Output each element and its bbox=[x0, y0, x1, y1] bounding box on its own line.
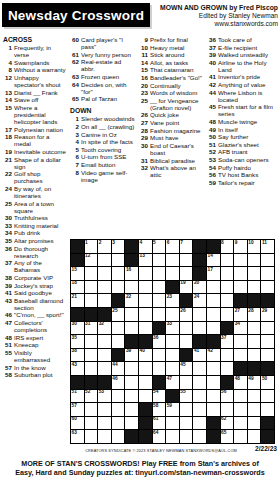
grid-cell: 51 bbox=[71, 390, 84, 403]
cell-number: 60 bbox=[72, 416, 77, 422]
clue-number: 42 bbox=[207, 81, 218, 88]
grid-cell bbox=[261, 335, 274, 348]
grid-cell bbox=[125, 281, 138, 294]
clue-number: 21 bbox=[3, 156, 14, 170]
cell-number: 45 bbox=[180, 362, 185, 368]
clue-text: What's above an attic bbox=[150, 164, 205, 178]
clue-number: 25 bbox=[3, 200, 14, 214]
clue: 11Stick around bbox=[139, 51, 205, 58]
clue-number: 51 bbox=[3, 341, 14, 348]
clue-number: 64 bbox=[70, 81, 81, 95]
clue-number: 47 bbox=[3, 319, 14, 333]
grid-cell bbox=[193, 417, 206, 430]
clue: 52AFB truant bbox=[207, 148, 278, 155]
clue: 14Allot, as tasks bbox=[139, 59, 205, 66]
cell-number: 52 bbox=[85, 389, 90, 395]
clue-text: AFB truant bbox=[218, 148, 278, 155]
clue-text: Inevitable outcome bbox=[14, 148, 67, 155]
grid-cell bbox=[207, 403, 220, 416]
cell-number: 6 bbox=[167, 240, 170, 246]
clue: 62Real-estate ad abbr. bbox=[70, 58, 136, 72]
clue: 56TV host Banks bbox=[207, 171, 278, 178]
grid-cell bbox=[153, 308, 166, 321]
grid-cell: 38 bbox=[71, 349, 84, 362]
cell-number: 40 bbox=[140, 348, 145, 354]
grid-cell bbox=[166, 267, 179, 280]
clue: 17Polynesian nation bbox=[3, 126, 67, 133]
clue-text: On all __ (crawling) bbox=[81, 123, 136, 130]
clue-text: Corporate VIP bbox=[14, 274, 67, 281]
grid-cell bbox=[193, 430, 206, 443]
grid-cell: 3 bbox=[112, 240, 125, 253]
clue-number: 5 bbox=[70, 146, 81, 153]
cell-number: 48 bbox=[235, 376, 240, 382]
grid-cell: 56 bbox=[221, 390, 234, 403]
grid-cell bbox=[261, 403, 274, 416]
grid-cell bbox=[85, 417, 98, 430]
grid-cell-black bbox=[125, 240, 138, 253]
clue: 2On all __ (crawling) bbox=[70, 123, 136, 130]
clue-text: Collectors' completions bbox=[14, 319, 67, 333]
clue-number: 8 bbox=[3, 66, 14, 73]
clue-text: Real-estate ad abbr. bbox=[81, 58, 136, 72]
grid-cell bbox=[193, 308, 206, 321]
grid-cell bbox=[166, 349, 179, 362]
clue: 51Glazier's sheet bbox=[207, 141, 278, 148]
cell-number: 12 bbox=[85, 253, 90, 259]
clue: 64Decides on, with "for" bbox=[70, 81, 136, 95]
grid-cell: 58 bbox=[153, 403, 166, 416]
grid-cell bbox=[207, 281, 220, 294]
promo-line-1: MORE OF STAN'S CROSSWORDS! Play FREE fro… bbox=[0, 459, 280, 468]
grid-cell bbox=[248, 430, 261, 443]
grid-cell bbox=[207, 308, 220, 321]
grid-cell-black bbox=[193, 335, 206, 348]
clue-number: 39 bbox=[207, 51, 218, 58]
clue-text: In spite of the facts bbox=[81, 138, 136, 145]
puzzle-website: www.stanxwords.com bbox=[160, 20, 278, 28]
clue-number: 59 bbox=[207, 179, 218, 186]
puzzle-date: 2/22/23 bbox=[255, 445, 277, 452]
grid-cell bbox=[193, 362, 206, 375]
clue-number: 62 bbox=[70, 58, 81, 72]
grid-cell bbox=[248, 403, 261, 416]
grid-cell bbox=[234, 430, 247, 443]
grid-cell-black bbox=[207, 240, 220, 253]
clue-number: 1 bbox=[3, 44, 14, 58]
grid-cell: 33 bbox=[166, 322, 179, 335]
clue-text: Pal of Tarzan bbox=[81, 95, 136, 102]
cell-number: 55 bbox=[180, 389, 185, 395]
clue-text: Decides on, with "for" bbox=[81, 81, 136, 95]
clue-number: 41 bbox=[207, 73, 218, 80]
grid-cell: 60 bbox=[71, 417, 84, 430]
clue-text: Fresh start for a film series bbox=[218, 103, 278, 117]
grid-cell bbox=[112, 267, 125, 280]
clue: 49In itself bbox=[207, 126, 278, 133]
grid-cell bbox=[98, 335, 111, 348]
clue-number: 36 bbox=[207, 36, 218, 43]
clue-text: Altar promises bbox=[14, 237, 67, 244]
grid-cell bbox=[261, 390, 274, 403]
grid-cell-black bbox=[112, 294, 125, 307]
grid-cell bbox=[221, 267, 234, 280]
clue-text: Diarist __ Frank bbox=[14, 89, 67, 96]
clue-number: 25 bbox=[139, 97, 150, 111]
grid-cell bbox=[85, 349, 98, 362]
grid-cell bbox=[153, 281, 166, 294]
grid-cell bbox=[125, 322, 138, 335]
clue-text: Vane point bbox=[150, 119, 205, 126]
clue-number: 60 bbox=[70, 36, 81, 50]
grid-cell: 50 bbox=[261, 376, 274, 389]
grid-cell-black bbox=[234, 294, 247, 307]
cell-number: 28 bbox=[248, 308, 253, 314]
clue: 65Pal of Tarzan bbox=[70, 95, 136, 102]
clue-number: 38 bbox=[3, 274, 14, 281]
clue-text: Allot, as tasks bbox=[150, 59, 205, 66]
clue-number: 65 bbox=[70, 95, 81, 102]
clue-text: Prefix for final bbox=[150, 36, 205, 43]
clue-number: 51 bbox=[207, 141, 218, 148]
clue-number: 20 bbox=[139, 82, 150, 89]
clue-number: 52 bbox=[207, 148, 218, 155]
clue-number: 32 bbox=[139, 164, 150, 178]
grid-cell: 2 bbox=[98, 240, 111, 253]
grid-cell bbox=[193, 390, 206, 403]
grid-cell: 7 bbox=[180, 240, 193, 253]
clue-text: Truthfulness bbox=[14, 214, 67, 221]
clue-text: IRS expert bbox=[14, 334, 67, 341]
cell-number: 35 bbox=[72, 335, 77, 341]
across-heading: ACROSS bbox=[3, 36, 67, 43]
clue-text: Words of wisdom bbox=[150, 89, 205, 96]
cell-number: 1 bbox=[85, 240, 88, 246]
clue-text: Jockey's strap bbox=[14, 282, 67, 289]
grid-cell: 57 bbox=[71, 403, 84, 416]
cell-number: 33 bbox=[167, 321, 172, 327]
clue-number: 12 bbox=[3, 74, 14, 88]
clue: 57In the know bbox=[3, 364, 67, 371]
clue-text: Any of the Bahamas bbox=[14, 259, 67, 273]
grid-cell bbox=[112, 430, 125, 443]
cell-number: 4 bbox=[140, 240, 143, 246]
grid-cell: 55 bbox=[180, 390, 193, 403]
clue-number: 23 bbox=[139, 89, 150, 96]
clue-number: 43 bbox=[3, 297, 14, 311]
clue-number: 15 bbox=[139, 66, 150, 73]
puzzle-credits: MOWN AND GROWN by Fred Piscop Edited by … bbox=[160, 4, 278, 28]
clue-text: Say further bbox=[218, 133, 278, 140]
grid-cell: 18 bbox=[71, 281, 84, 294]
clue-number: 48 bbox=[3, 334, 14, 341]
clue: 9Prefix for final bbox=[139, 36, 205, 43]
clue: 28Fashion magazine bbox=[139, 127, 205, 134]
grid-cell: 30 bbox=[71, 322, 84, 335]
clue: 51Kneecap bbox=[3, 341, 67, 348]
clue-text: Biblical paradise bbox=[150, 157, 205, 164]
grid-cell-black bbox=[193, 267, 206, 280]
cell-number: 64 bbox=[153, 430, 158, 436]
clue-number: 35 bbox=[3, 237, 14, 244]
clue-text: Fashion magazine bbox=[150, 127, 205, 134]
grid-cell: 64 bbox=[153, 430, 166, 443]
grid-cell: 15 bbox=[71, 267, 84, 280]
grid-cell bbox=[166, 417, 179, 430]
clue: 23Words of wisdom bbox=[139, 89, 205, 96]
grid-cell bbox=[125, 376, 138, 389]
cell-number: 11 bbox=[262, 240, 267, 246]
clue-text: Took care of bbox=[218, 36, 278, 43]
grid-cell bbox=[139, 376, 152, 389]
clue-text: Unhappy spectator's shout bbox=[14, 74, 67, 88]
grid-cell bbox=[153, 362, 166, 375]
clue-number: 44 bbox=[207, 89, 218, 103]
grid-cell-black bbox=[112, 349, 125, 362]
clue-number: 30 bbox=[139, 142, 150, 156]
grid-cell-black bbox=[139, 417, 152, 430]
grid-cell bbox=[139, 308, 152, 321]
clue: 25__ for Vengeance (Grafton novel) bbox=[139, 97, 205, 111]
grid-cell: 6 bbox=[166, 240, 179, 253]
grid-cell-black bbox=[234, 362, 247, 375]
clue-number: 63 bbox=[70, 73, 81, 80]
puzzle-title-byline: MOWN AND GROWN by Fred Piscop bbox=[160, 4, 278, 12]
clue-text: Airline to the Holy Land bbox=[218, 59, 278, 73]
clue: 32What's above an attic bbox=[139, 164, 205, 178]
grid-cell: 53 bbox=[98, 390, 111, 403]
grid-cell bbox=[221, 281, 234, 294]
cell-number: 31 bbox=[85, 321, 90, 327]
grid-cell bbox=[261, 281, 274, 294]
grid-cell bbox=[85, 403, 98, 416]
grid-cell bbox=[98, 281, 111, 294]
grid-cell-black bbox=[139, 335, 152, 348]
grid-cell: 37 bbox=[221, 335, 234, 348]
grid-cell bbox=[180, 376, 193, 389]
cell-number: 63 bbox=[72, 430, 77, 436]
grid-cell: 20 bbox=[193, 281, 206, 294]
grid-cell bbox=[139, 322, 152, 335]
clue-number: 39 bbox=[3, 282, 14, 289]
grid-cell bbox=[153, 254, 166, 267]
clue-number: 16 bbox=[139, 74, 150, 81]
grid-cell-black bbox=[71, 308, 84, 321]
grid-cell-black bbox=[180, 294, 193, 307]
clue-number: 37 bbox=[3, 259, 14, 273]
clue: 43Baseball diamond section bbox=[3, 297, 67, 311]
cell-number: 3 bbox=[112, 240, 115, 246]
clue-text: Very funny person bbox=[81, 51, 136, 58]
grid-cell: 47 bbox=[166, 376, 179, 389]
cell-number: 7 bbox=[180, 240, 183, 246]
clue: 53Soda-can openers bbox=[207, 156, 278, 163]
grid-cell: 62 bbox=[221, 417, 234, 430]
grid-cell bbox=[234, 254, 247, 267]
cell-number: 49 bbox=[248, 376, 253, 382]
clue-number: 41 bbox=[3, 289, 14, 296]
grid-cell bbox=[234, 267, 247, 280]
grid-cell: 11 bbox=[261, 240, 274, 253]
clue-number: 56 bbox=[207, 171, 218, 178]
grid-cell bbox=[112, 335, 125, 348]
clue-text: Glazier's sheet bbox=[218, 141, 278, 148]
clue-number: 7 bbox=[70, 161, 81, 168]
clue: 8Video game self-image bbox=[70, 169, 136, 183]
grid-cell bbox=[85, 430, 98, 443]
clue-number: 30 bbox=[3, 214, 14, 221]
clue-number: 10 bbox=[139, 44, 150, 51]
grid-cell bbox=[153, 349, 166, 362]
grid-cell: 41 bbox=[193, 349, 206, 362]
grid-cell bbox=[261, 267, 274, 280]
clue: 30End of Caesar's boast bbox=[139, 142, 205, 156]
grid-cell bbox=[180, 322, 193, 335]
clue: 39Jockey's strap bbox=[3, 282, 67, 289]
grid-cell: 9 bbox=[234, 240, 247, 253]
masthead: Newsday Crossword bbox=[2, 3, 150, 27]
cell-number: 10 bbox=[248, 240, 253, 246]
clue-number: 54 bbox=[207, 164, 218, 171]
clue-text: Puffy hairdo bbox=[218, 164, 278, 171]
grid-cell-black bbox=[125, 254, 138, 267]
clue-number: 61 bbox=[70, 51, 81, 58]
clue-text: Walked unsteadily bbox=[218, 51, 278, 58]
clue: 8Without a warranty bbox=[3, 66, 67, 73]
clue-text: Reason for a medal bbox=[14, 133, 67, 147]
clue-text: Card player's "I pass" bbox=[81, 36, 136, 50]
grid-cell bbox=[85, 362, 98, 375]
clue-number: 26 bbox=[139, 111, 150, 118]
cell-number: 29 bbox=[262, 308, 267, 314]
grid-cell bbox=[85, 267, 98, 280]
grid-cell: 23 bbox=[166, 294, 179, 307]
grid-cell bbox=[248, 390, 261, 403]
cell-number: 56 bbox=[221, 389, 226, 395]
clue-number: 45 bbox=[207, 103, 218, 117]
clue: 58Suburban plot bbox=[3, 371, 67, 378]
grid-cell bbox=[153, 294, 166, 307]
cell-number: 19 bbox=[180, 280, 185, 286]
grid-cell-black bbox=[153, 376, 166, 389]
cell-number: 20 bbox=[194, 280, 199, 286]
down-clues-1: 1Slender woodwinds2On all __ (crawling)3… bbox=[70, 115, 136, 182]
grid-cell: 13 bbox=[139, 254, 152, 267]
grid-cell: 42 bbox=[207, 349, 220, 362]
clue: 1Slender woodwinds bbox=[70, 115, 136, 122]
cell-number: 57 bbox=[72, 403, 77, 409]
clue: 48IRS expert bbox=[3, 334, 67, 341]
grid-cell: 32 bbox=[98, 322, 111, 335]
clue-number: 18 bbox=[3, 133, 14, 147]
clue-text: Soda-can openers bbox=[218, 156, 278, 163]
masthead-title: Newsday Crossword bbox=[8, 8, 144, 23]
grid-cell-black bbox=[207, 335, 220, 348]
clue: 14Stave off bbox=[3, 96, 67, 103]
clue-number: 36 bbox=[3, 245, 14, 259]
grid-cell bbox=[98, 417, 111, 430]
clue: 20Continually bbox=[139, 82, 205, 89]
grid-cell-black bbox=[139, 403, 152, 416]
grid-cell bbox=[234, 417, 247, 430]
grid-cell bbox=[261, 254, 274, 267]
grid-cell bbox=[234, 403, 247, 416]
clue: 47Collectors' completions bbox=[3, 319, 67, 333]
grid-cell bbox=[207, 322, 220, 335]
clue-number: 13 bbox=[3, 89, 14, 96]
grid-cell-black bbox=[193, 240, 206, 253]
cell-number: 15 bbox=[72, 267, 77, 273]
clue-text: Stave off bbox=[14, 96, 67, 103]
clue: 15That catamaran bbox=[139, 66, 205, 73]
clue: 19Inevitable outcome bbox=[3, 148, 67, 155]
grid-cell bbox=[139, 294, 152, 307]
clue-text: Tooth covering bbox=[81, 146, 136, 153]
clue-number: 14 bbox=[3, 96, 14, 103]
clue-text: End of Caesar's boast bbox=[150, 142, 205, 156]
clue: 54Puffy hairdo bbox=[207, 164, 278, 171]
grid-cell bbox=[139, 390, 152, 403]
grid-cell bbox=[98, 362, 111, 375]
grid-cell bbox=[139, 267, 152, 280]
grid-cell bbox=[139, 281, 152, 294]
clue: 12Unhappy spectator's shout bbox=[3, 74, 67, 88]
grid-cell bbox=[112, 322, 125, 335]
grid-cell-black bbox=[261, 294, 274, 307]
clue-number: 9 bbox=[139, 36, 150, 43]
grid-cell bbox=[248, 322, 261, 335]
grid-cell bbox=[85, 335, 98, 348]
clue-text: In itself bbox=[218, 126, 278, 133]
promo-footer: MORE OF STAN'S CROSSWORDS! Play FREE fro… bbox=[0, 459, 280, 477]
clue-text: By way of, on itineraries bbox=[14, 185, 67, 199]
grid-cell bbox=[180, 267, 193, 280]
cell-number: 13 bbox=[140, 253, 145, 259]
grid-cell: 34 bbox=[234, 322, 247, 335]
grid-cell: 45 bbox=[180, 362, 193, 375]
clue-text: U-turn from SSE bbox=[81, 153, 136, 160]
grid-cell-black bbox=[193, 254, 206, 267]
cell-number: 44 bbox=[112, 362, 117, 368]
grid-cell bbox=[166, 254, 179, 267]
cell-number: 21 bbox=[72, 294, 77, 300]
grid-cell bbox=[221, 403, 234, 416]
across-clues-2: 60Card player's "I pass"61Very funny per… bbox=[70, 36, 136, 102]
grid-cell: 52 bbox=[85, 390, 98, 403]
clue-number: 33 bbox=[3, 222, 14, 229]
grid-cell-black bbox=[166, 281, 179, 294]
clue-column-4: 36Took care of37E-file recipient39Walked… bbox=[207, 36, 278, 186]
clue-number: 27 bbox=[139, 119, 150, 126]
grid-cell bbox=[234, 335, 247, 348]
clue-text: Swamplands bbox=[14, 59, 67, 66]
grid-cell: 24 bbox=[193, 294, 206, 307]
grid-cell: 22 bbox=[125, 294, 138, 307]
grid-cell bbox=[207, 294, 220, 307]
grid-cell bbox=[221, 254, 234, 267]
clue: 38Corporate VIP bbox=[3, 274, 67, 281]
grid-cell bbox=[166, 362, 179, 375]
clue-column-3: 9Prefix for final10Heavy metal11Stick ar… bbox=[139, 36, 205, 179]
clue-number: 46 bbox=[3, 311, 14, 318]
grid-cell: 44 bbox=[112, 362, 125, 375]
grid-cell bbox=[98, 403, 111, 416]
clue-text: Frequently, in verse bbox=[14, 44, 67, 58]
cell-number: 54 bbox=[153, 389, 158, 395]
clue-text: "C'mon, __ sport!" bbox=[14, 311, 67, 318]
promo-line-2: Easy, Hard and Sunday puzzles at: tinyur… bbox=[0, 468, 280, 477]
clue-number: 57 bbox=[3, 364, 14, 371]
